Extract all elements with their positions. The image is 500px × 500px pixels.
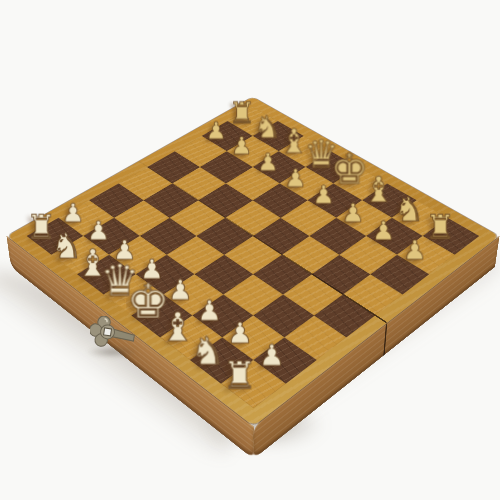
- photo-scene: ♜♞♝♛♚♝♞♜♟♟♟♟♟♟♟♟♟♟♟♟♟♟♟♟♜♞♝♛♚♝♞♜: [0, 0, 500, 500]
- box-key-icon: [90, 316, 138, 356]
- piece-black-pawn-h7[interactable]: ♟: [394, 236, 435, 263]
- box-side-seam: [383, 323, 387, 356]
- board-surface: ♜♞♝♛♚♝♞♜♟♟♟♟♟♟♟♟♟♟♟♟♟♟♟♟♜♞♝♛♚♝♞♜: [7, 97, 499, 426]
- piece-white-rook-h1[interactable]: ♜: [217, 356, 263, 394]
- box-key: [90, 316, 138, 356]
- chess-board-box: ♜♞♝♛♚♝♞♜♟♟♟♟♟♟♟♟♟♟♟♟♟♟♟♟♜♞♝♛♚♝♞♜: [7, 97, 499, 426]
- chess-board: ♜♞♝♛♚♝♞♜♟♟♟♟♟♟♟♟♟♟♟♟♟♟♟♟♜♞♝♛♚♝♞♜: [27, 107, 480, 409]
